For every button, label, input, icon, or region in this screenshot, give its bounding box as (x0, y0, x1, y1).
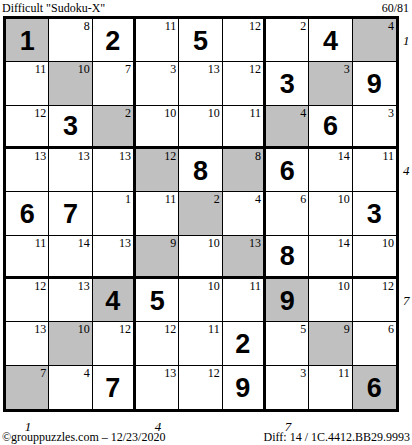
step-number: 4 (300, 106, 306, 120)
cell-r8c5[interactable]: 11 (179, 322, 222, 365)
step-number: 11 (249, 279, 261, 293)
step-number: 10 (208, 279, 220, 293)
cell-r6c3[interactable]: 13 (93, 236, 136, 279)
sudoku-grid: 1821151224411107313123391232101011463131… (3, 16, 399, 412)
step-number: 5 (300, 322, 306, 336)
cell-r5c1[interactable]: 6 (6, 192, 49, 235)
cell-r7c6[interactable]: 11 (223, 279, 266, 322)
cell-r5c4[interactable]: 11 (136, 192, 179, 235)
step-number: 12 (34, 106, 46, 120)
step-number: 10 (78, 322, 90, 336)
cell-r5c5[interactable]: 2 (179, 192, 222, 235)
step-number: 10 (338, 192, 350, 206)
cell-r1c1[interactable]: 1 (6, 19, 49, 62)
cell-r5c2[interactable]: 7 (49, 192, 92, 235)
cell-r8c3[interactable]: 12 (93, 322, 136, 365)
cell-r2c5[interactable]: 13 (179, 62, 222, 105)
cell-r3c6[interactable]: 11 (223, 106, 266, 149)
step-number: 13 (119, 149, 131, 163)
cell-value: 9 (280, 288, 295, 315)
cell-value: 3 (280, 71, 295, 98)
cell-r4c3[interactable]: 13 (93, 149, 136, 192)
cell-value: 6 (367, 375, 382, 402)
cell-r9c7[interactable]: 3 (266, 366, 309, 409)
cell-value: 3 (63, 113, 78, 140)
cell-r1c2[interactable]: 8 (49, 19, 92, 62)
cell-r5c7[interactable]: 6 (266, 192, 309, 235)
cell-r3c9[interactable]: 3 (353, 106, 396, 149)
cell-value: 3 (367, 201, 382, 228)
row-label-4: 4 (403, 164, 410, 177)
step-number: 8 (84, 19, 90, 33)
cell-r2c2[interactable]: 10 (49, 62, 92, 105)
cell-r4c4[interactable]: 12 (136, 149, 179, 192)
page: Difficult "Sudoku-X" 60/81 1821151224411… (0, 0, 412, 445)
step-number: 10 (208, 236, 220, 250)
cell-r3c4[interactable]: 10 (136, 106, 179, 149)
row-label-7: 7 (403, 294, 410, 307)
cell-value: 2 (105, 28, 120, 55)
cell-r2c6[interactable]: 12 (223, 62, 266, 105)
step-number: 14 (78, 236, 90, 250)
step-number: 11 (249, 106, 261, 120)
cell-r5c6[interactable]: 4 (223, 192, 266, 235)
cell-r4c1[interactable]: 13 (6, 149, 49, 192)
cell-value: 7 (105, 375, 120, 402)
step-number: 10 (164, 106, 176, 120)
step-number: 2 (214, 192, 220, 206)
step-number: 13 (78, 279, 90, 293)
step-number: 13 (164, 366, 176, 380)
cell-value: 6 (280, 158, 295, 185)
cell-r1c9[interactable]: 4 (353, 19, 396, 62)
step-number: 11 (35, 62, 47, 76)
step-number: 6 (388, 322, 394, 336)
cell-r8c2[interactable]: 10 (49, 322, 92, 365)
cell-r2c1[interactable]: 11 (6, 62, 49, 105)
step-number: 4 (84, 366, 90, 380)
cell-r7c7[interactable]: 9 (266, 279, 309, 322)
cell-value: 9 (367, 71, 382, 98)
step-number: 13 (78, 149, 90, 163)
cell-value: 5 (193, 28, 208, 55)
step-number: 12 (164, 322, 176, 336)
cell-r6c2[interactable]: 14 (49, 236, 92, 279)
step-number: 13 (34, 149, 46, 163)
cell-r6c1[interactable]: 11 (6, 236, 49, 279)
cell-r1c3[interactable]: 2 (93, 19, 136, 62)
cell-value: 6 (323, 113, 338, 140)
step-number: 11 (165, 192, 177, 206)
step-number: 14 (338, 236, 350, 250)
cell-r6c4[interactable]: 9 (136, 236, 179, 279)
cell-r6c7[interactable]: 8 (266, 236, 309, 279)
cell-r4c8[interactable]: 14 (309, 149, 352, 192)
step-number: 7 (125, 62, 131, 76)
cell-r4c6[interactable]: 8 (223, 149, 266, 192)
puzzle-title: Difficult "Sudoku-X" (2, 1, 105, 15)
cell-r3c7[interactable]: 4 (266, 106, 309, 149)
step-number: 10 (382, 236, 394, 250)
cell-value: 4 (105, 288, 120, 315)
cell-r7c4[interactable]: 5 (136, 279, 179, 322)
cell-value: 7 (63, 201, 78, 228)
cell-r4c7[interactable]: 6 (266, 149, 309, 192)
step-number: 3 (388, 106, 394, 120)
cell-r1c5[interactable]: 5 (179, 19, 222, 62)
step-number: 12 (164, 149, 176, 163)
cell-r4c2[interactable]: 13 (49, 149, 92, 192)
cell-r9c5[interactable]: 12 (179, 366, 222, 409)
cell-r8c4[interactable]: 12 (136, 322, 179, 365)
cell-r9c1[interactable]: 7 (6, 366, 49, 409)
cell-r8c8[interactable]: 9 (309, 322, 352, 365)
step-number: 2 (300, 19, 306, 33)
cell-r9c3[interactable]: 7 (93, 366, 136, 409)
step-number: 12 (249, 19, 261, 33)
step-number: 13 (249, 236, 261, 250)
step-number: 10 (338, 279, 350, 293)
step-number: 10 (78, 62, 90, 76)
step-number: 4 (255, 192, 261, 206)
step-number: 11 (338, 366, 350, 380)
cell-value: 8 (193, 158, 208, 185)
cell-counter: 60/81 (382, 1, 409, 15)
cell-r6c6[interactable]: 13 (223, 236, 266, 279)
cell-value: 6 (20, 201, 35, 228)
step-number: 12 (208, 366, 220, 380)
step-number: 1 (125, 192, 131, 206)
cell-r5c3[interactable]: 1 (93, 192, 136, 235)
cell-r7c1[interactable]: 12 (6, 279, 49, 322)
cell-r3c2[interactable]: 3 (49, 106, 92, 149)
step-number: 8 (255, 149, 261, 163)
cell-r8c1[interactable]: 13 (6, 322, 49, 365)
step-number: 9 (344, 322, 350, 336)
step-number: 4 (388, 19, 394, 33)
step-number: 11 (208, 322, 220, 336)
step-number: 3 (170, 62, 176, 76)
step-number: 11 (382, 149, 394, 163)
cell-r9c4[interactable]: 13 (136, 366, 179, 409)
cell-r8c9[interactable]: 6 (353, 322, 396, 365)
cell-r7c5[interactable]: 10 (179, 279, 222, 322)
cell-value: 9 (235, 375, 250, 402)
cell-r1c6[interactable]: 12 (223, 19, 266, 62)
cell-value: 5 (150, 288, 165, 315)
cell-r8c6[interactable]: 2 (223, 322, 266, 365)
step-number: 3 (344, 62, 350, 76)
cell-r4c9[interactable]: 11 (353, 149, 396, 192)
cell-r6c9[interactable]: 10 (353, 236, 396, 279)
difficulty-code: Diff: 14 / 1C.4412.BB29.9993 (264, 430, 410, 444)
step-number: 11 (165, 19, 177, 33)
step-number: 9 (170, 236, 176, 250)
cell-r9c6[interactable]: 9 (223, 366, 266, 409)
cell-r6c5[interactable]: 10 (179, 236, 222, 279)
step-number: 7 (40, 366, 46, 380)
step-number: 13 (119, 236, 131, 250)
step-number: 12 (382, 279, 394, 293)
cell-r1c8[interactable]: 4 (309, 19, 352, 62)
step-number: 12 (34, 279, 46, 293)
cell-value: 4 (323, 28, 338, 55)
cell-value: 8 (280, 243, 295, 270)
step-number: 12 (249, 62, 261, 76)
copyright-text: ©grouppuzzles.com – 12/23/2020 (2, 430, 165, 444)
cell-r2c8[interactable]: 3 (309, 62, 352, 105)
step-number: 11 (35, 236, 47, 250)
step-number: 10 (208, 106, 220, 120)
cell-r2c4[interactable]: 3 (136, 62, 179, 105)
cell-r5c8[interactable]: 10 (309, 192, 352, 235)
cell-r9c8[interactable]: 11 (309, 366, 352, 409)
cell-value: 2 (235, 331, 250, 358)
cell-r9c9[interactable]: 6 (353, 366, 396, 409)
cell-r3c8[interactable]: 6 (309, 106, 352, 149)
step-number: 13 (208, 62, 220, 76)
cell-value: 1 (20, 28, 35, 55)
cell-r1c4[interactable]: 11 (136, 19, 179, 62)
step-number: 14 (338, 149, 350, 163)
cell-r7c2[interactable]: 13 (49, 279, 92, 322)
step-number: 13 (34, 322, 46, 336)
cell-r4c5[interactable]: 8 (179, 149, 222, 192)
cell-r1c7[interactable]: 2 (266, 19, 309, 62)
cell-r7c9[interactable]: 12 (353, 279, 396, 322)
cell-r3c3[interactable]: 2 (93, 106, 136, 149)
cell-r3c5[interactable]: 10 (179, 106, 222, 149)
cell-r2c3[interactable]: 7 (93, 62, 136, 105)
cell-r9c2[interactable]: 4 (49, 366, 92, 409)
cell-r7c3[interactable]: 4 (93, 279, 136, 322)
step-number: 12 (119, 322, 131, 336)
row-label-1: 1 (403, 34, 410, 47)
cell-r2c9[interactable]: 9 (353, 62, 396, 105)
step-number: 3 (300, 366, 306, 380)
step-number: 2 (125, 106, 131, 120)
cell-r7c8[interactable]: 10 (309, 279, 352, 322)
cell-r3c1[interactable]: 12 (6, 106, 49, 149)
cell-r2c7[interactable]: 3 (266, 62, 309, 105)
cell-r8c7[interactable]: 5 (266, 322, 309, 365)
cell-r5c9[interactable]: 3 (353, 192, 396, 235)
cell-r6c8[interactable]: 14 (309, 236, 352, 279)
step-number: 6 (300, 192, 306, 206)
